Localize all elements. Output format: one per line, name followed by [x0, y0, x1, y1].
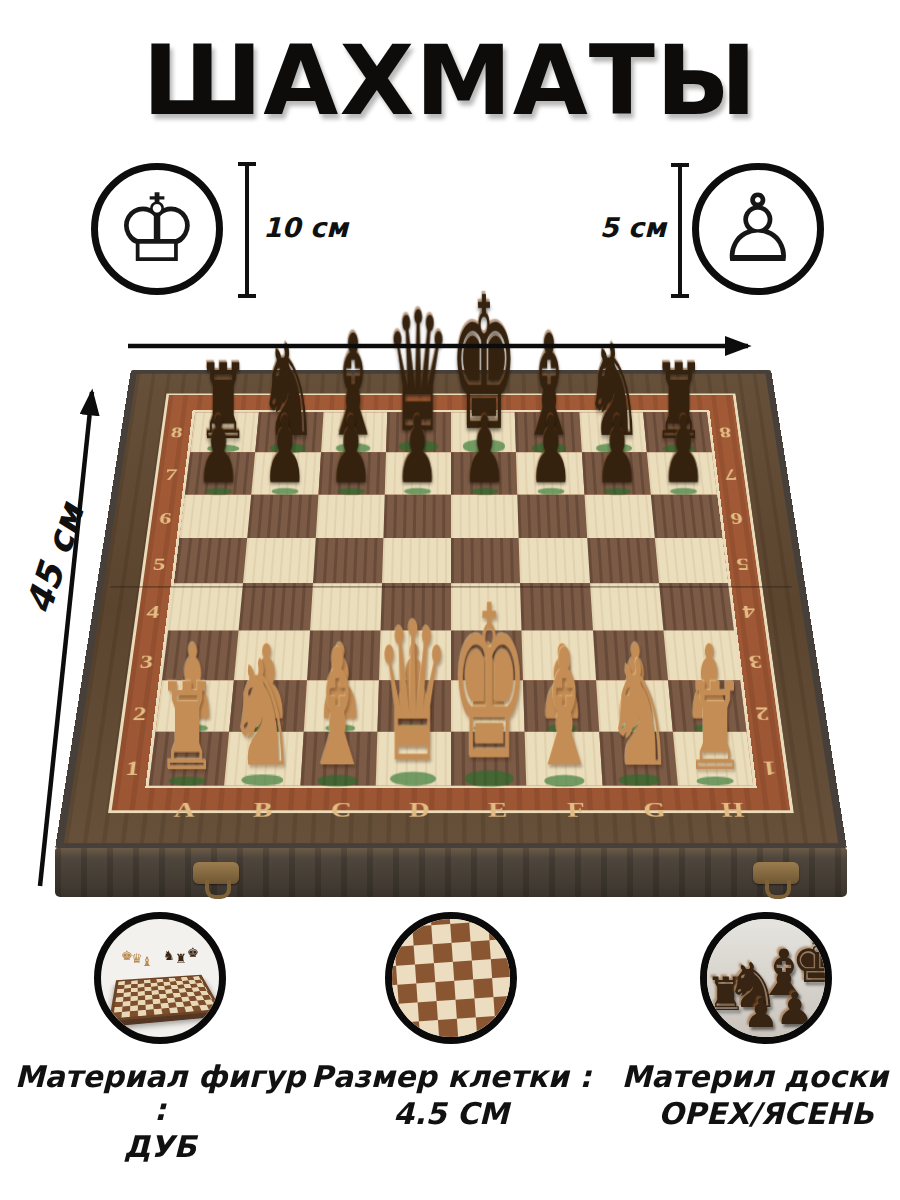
chess-set-photo: ♚♛♝♞♜♚: [94, 912, 226, 1044]
square-f6: [518, 494, 587, 538]
square-g1: ♞: [599, 732, 678, 786]
square-c7: ♟: [318, 452, 386, 494]
square-c6: [315, 494, 384, 538]
file-label-h: H: [692, 798, 773, 822]
mini-piece-icon: ♚: [187, 946, 199, 959]
white-bishop-c1: ♝: [305, 632, 370, 786]
square-f1: ♝: [525, 732, 602, 786]
file-label-f: F: [537, 798, 616, 822]
mini-piece-icon: ♜: [175, 952, 187, 965]
square-f7: ♟: [516, 452, 584, 494]
dark-pieces-photo: ♜♞♝♚♟♟: [700, 912, 832, 1044]
dark-piece-icon: ♟: [775, 987, 814, 1031]
square-h1: ♜: [673, 732, 754, 786]
square-g7: ♟: [581, 452, 650, 494]
checker-pattern-icon: [385, 912, 517, 1044]
square-e1: ♚: [451, 732, 527, 786]
board-size-label: 45 см: [18, 497, 93, 620]
file-label-b: B: [223, 798, 303, 822]
square-f5: [519, 538, 590, 583]
black-pawn-f7: ♟: [529, 406, 573, 494]
square-d7: ♟: [384, 452, 451, 494]
mini-piece-icon: ♝: [141, 955, 153, 968]
feature-card-board-material: ♜♞♝♚♟♟ Материл доски : ОРЕХ/ЯСЕНЬ: [616, 912, 900, 1131]
square-d1: ♛: [375, 732, 451, 786]
square-g6: [584, 494, 655, 538]
square-b1: ♞: [224, 732, 303, 786]
square-d6: [383, 494, 451, 538]
file-label-e: E: [459, 798, 538, 822]
feature-card-pieces-material: ♚♛♝♞♜♚ Материал фигур : ДУБ: [10, 912, 310, 1164]
square-e6: [451, 494, 519, 538]
rank-label-5: 5: [142, 541, 176, 588]
rank-label-4: 4: [136, 588, 171, 637]
white-bishop-f1: ♝: [532, 632, 597, 786]
black-pawn-c7: ♟: [329, 406, 373, 494]
product-card: ШАХМАТЫ ♔ 10 см ♙ 5 см 45 см ♜♞♝♛♚♝♞♜♟♟♟…: [0, 0, 900, 1200]
square-h7: ♟: [647, 452, 717, 494]
black-pawn-d7: ♟: [396, 406, 440, 494]
square-b7: ♟: [251, 452, 320, 494]
square-e7: ♟: [451, 452, 518, 494]
square-d5: [382, 538, 451, 583]
rank-label-6: 6: [149, 496, 182, 541]
white-rook-h1: ♜: [685, 671, 745, 785]
white-knight-b1: ♞: [228, 646, 296, 785]
feature-value: ДУБ: [10, 1129, 310, 1164]
black-pawn-a7: ♟: [196, 406, 240, 494]
square-a1: ♜: [149, 732, 230, 786]
square-c1: ♝: [300, 732, 377, 786]
rank-label-7: 7: [155, 453, 187, 496]
file-label-d: D: [380, 798, 459, 822]
latch-right-icon: [753, 862, 799, 884]
square-a6: [180, 494, 252, 538]
square-h6: [651, 494, 723, 538]
square-a5: [174, 538, 247, 583]
white-knight-g1: ♞: [606, 646, 674, 785]
feature-caption: Размер клетки :: [301, 1060, 601, 1093]
black-pawn-g7: ♟: [595, 406, 639, 494]
mini-board-icon: [109, 975, 222, 1022]
chess-board-scene: ♜♞♝♛♚♝♞♜♟♟♟♟♟♟♟♟♟♟♟♟♟♟♟♟♜♞♝♛♚♝♞♜ 8765432…: [97, 230, 805, 938]
board-squares: ♜♞♝♛♚♝♞♜♟♟♟♟♟♟♟♟♟♟♟♟♟♟♟♟♜♞♝♛♚♝♞♜: [149, 412, 753, 785]
feature-value: ОРЕХ/ЯСЕНЬ: [616, 1096, 900, 1131]
board-case-front: [55, 848, 847, 897]
square-b5: [243, 538, 315, 583]
feature-caption: Материал фигур :: [10, 1060, 310, 1126]
feature-card-cell-size: Размер клетки : 4.5 СМ: [301, 912, 601, 1131]
rank-label-8: 8: [161, 412, 193, 453]
chess-board: ♜♞♝♛♚♝♞♜♟♟♟♟♟♟♟♟♟♟♟♟♟♟♟♟♜♞♝♛♚♝♞♜ 8765432…: [55, 370, 847, 849]
file-label-g: G: [614, 798, 694, 822]
file-labels: ABCDEFGH: [144, 798, 773, 822]
white-king-e1: ♚: [449, 583, 528, 785]
square-g5: [587, 538, 659, 583]
feature-value: 4.5 СМ: [301, 1096, 601, 1131]
page-title: ШАХМАТЫ: [0, 24, 900, 137]
square-a7: ♟: [185, 452, 255, 494]
black-pawn-e7: ♟: [462, 406, 506, 494]
black-pawn-h7: ♟: [662, 406, 706, 494]
square-h5: [655, 538, 728, 583]
square-c5: [312, 538, 383, 583]
file-label-a: A: [144, 798, 225, 822]
mini-piece-icon: ♞: [163, 949, 175, 962]
latch-left-icon: [193, 862, 239, 884]
white-queen-d1: ♛: [376, 603, 451, 785]
board-cells-photo: [385, 912, 517, 1044]
black-pawn-b7: ♟: [263, 406, 307, 494]
dark-piece-icon: ♟: [743, 993, 779, 1033]
feature-caption: Материл доски :: [616, 1060, 900, 1093]
file-label-c: C: [301, 798, 380, 822]
square-b6: [247, 494, 318, 538]
rank-label-8: 8: [710, 412, 742, 453]
white-rook-a1: ♜: [157, 671, 217, 785]
